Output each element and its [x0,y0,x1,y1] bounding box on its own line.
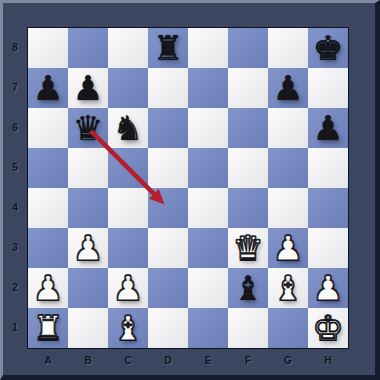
square-d5[interactable] [148,148,188,188]
square-f2[interactable]: ♝ [228,268,268,308]
square-d7[interactable] [148,68,188,108]
square-c8[interactable] [108,28,148,68]
square-g1[interactable] [268,308,308,348]
square-b7[interactable]: ♟ [68,68,108,108]
piece-white-king[interactable]: ♚ [313,308,343,348]
square-a6[interactable] [28,108,68,148]
piece-black-queen[interactable]: ♛ [73,108,103,148]
square-d6[interactable] [148,108,188,148]
piece-white-queen[interactable]: ♛ [233,228,263,268]
square-a8[interactable] [28,28,68,68]
square-b6[interactable]: ♛ [68,108,108,148]
file-labels: ABCDEFGH [28,351,348,371]
square-h2[interactable]: ♟ [308,268,348,308]
rank-label-5: 5 [3,148,27,188]
square-h3[interactable] [308,228,348,268]
square-b4[interactable] [68,188,108,228]
square-h5[interactable] [308,148,348,188]
square-a1[interactable]: ♜ [28,308,68,348]
square-c7[interactable] [108,68,148,108]
piece-white-pawn[interactable]: ♟ [273,228,303,268]
file-label-d: D [148,351,188,371]
file-label-c: C [108,351,148,371]
square-e3[interactable] [188,228,228,268]
square-h7[interactable] [308,68,348,108]
square-g7[interactable]: ♟ [268,68,308,108]
square-e2[interactable] [188,268,228,308]
square-e1[interactable] [188,308,228,348]
square-a2[interactable]: ♟ [28,268,68,308]
rank-label-3: 3 [3,228,27,268]
square-h1[interactable]: ♚ [308,308,348,348]
square-f3[interactable]: ♛ [228,228,268,268]
piece-black-pawn[interactable]: ♟ [313,108,343,148]
square-d4[interactable] [148,188,188,228]
square-g6[interactable] [268,108,308,148]
rank-label-2: 2 [3,268,27,308]
square-e7[interactable] [188,68,228,108]
piece-white-bishop[interactable]: ♝ [113,308,143,348]
square-h6[interactable]: ♟ [308,108,348,148]
square-c4[interactable] [108,188,148,228]
rank-label-1: 1 [3,308,27,348]
rank-label-4: 4 [3,188,27,228]
square-c6[interactable]: ♞ [108,108,148,148]
square-a4[interactable] [28,188,68,228]
square-b2[interactable] [68,268,108,308]
square-f6[interactable] [228,108,268,148]
file-label-a: A [28,351,68,371]
rank-label-6: 6 [3,108,27,148]
chess-board: ♜♚♟♟♟♛♞♟♟♛♟♟♟♝♝♟♜♝♚ [27,27,349,349]
square-d2[interactable] [148,268,188,308]
square-c5[interactable] [108,148,148,188]
file-label-g: G [268,351,308,371]
piece-black-pawn[interactable]: ♟ [73,68,103,108]
square-e5[interactable] [188,148,228,188]
piece-white-pawn[interactable]: ♟ [113,268,143,308]
square-f1[interactable] [228,308,268,348]
piece-black-pawn[interactable]: ♟ [33,68,63,108]
square-c3[interactable] [108,228,148,268]
file-label-h: H [308,351,348,371]
piece-black-bishop[interactable]: ♝ [233,268,263,308]
rank-label-7: 7 [3,68,27,108]
square-b8[interactable] [68,28,108,68]
file-label-f: F [228,351,268,371]
file-label-b: B [68,351,108,371]
piece-white-rook[interactable]: ♜ [33,308,63,348]
piece-black-pawn[interactable]: ♟ [273,68,303,108]
square-e4[interactable] [188,188,228,228]
piece-white-pawn[interactable]: ♟ [313,268,343,308]
square-g2[interactable]: ♝ [268,268,308,308]
square-c1[interactable]: ♝ [108,308,148,348]
square-d1[interactable] [148,308,188,348]
piece-white-pawn[interactable]: ♟ [33,268,63,308]
chess-board-frame: 87654321 ♜♚♟♟♟♛♞♟♟♛♟♟♟♝♝♟♜♝♚ ABCDEFGH [0,0,380,380]
square-e8[interactable] [188,28,228,68]
square-f8[interactable] [228,28,268,68]
square-c2[interactable]: ♟ [108,268,148,308]
square-g5[interactable] [268,148,308,188]
square-a7[interactable]: ♟ [28,68,68,108]
piece-white-pawn[interactable]: ♟ [73,228,103,268]
rank-label-8: 8 [3,28,27,68]
square-a3[interactable] [28,228,68,268]
square-d8[interactable]: ♜ [148,28,188,68]
piece-black-rook[interactable]: ♜ [153,28,183,68]
square-e6[interactable] [188,108,228,148]
square-f7[interactable] [228,68,268,108]
piece-white-bishop[interactable]: ♝ [273,268,303,308]
piece-black-king[interactable]: ♚ [313,28,343,68]
rank-labels: 87654321 [3,28,27,348]
square-g4[interactable] [268,188,308,228]
square-b5[interactable] [68,148,108,188]
square-h8[interactable]: ♚ [308,28,348,68]
square-a5[interactable] [28,148,68,188]
square-b3[interactable]: ♟ [68,228,108,268]
square-f4[interactable] [228,188,268,228]
square-f5[interactable] [228,148,268,188]
piece-black-knight[interactable]: ♞ [113,108,143,148]
square-b1[interactable] [68,308,108,348]
square-d3[interactable] [148,228,188,268]
square-g3[interactable]: ♟ [268,228,308,268]
square-h4[interactable] [308,188,348,228]
square-g8[interactable] [268,28,308,68]
file-label-e: E [188,351,228,371]
